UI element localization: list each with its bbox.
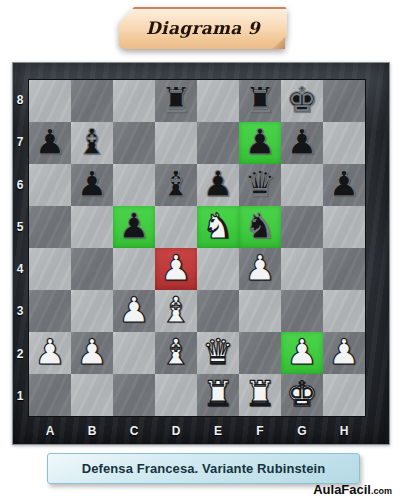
square-g7: ♟ [281, 122, 323, 164]
square-f3 [239, 290, 281, 332]
square-h6: ♟ [323, 164, 365, 206]
square-b2: ♟ [71, 332, 113, 374]
square-h7 [323, 122, 365, 164]
square-f2 [239, 332, 281, 374]
square-b3 [71, 290, 113, 332]
square-e7 [197, 122, 239, 164]
piece-white-knight: ♞ [202, 209, 233, 244]
square-h3 [323, 290, 365, 332]
title-banner: Diagrama 9 [119, 7, 287, 49]
square-e8 [197, 80, 239, 122]
piece-black-pawn: ♟ [202, 167, 233, 202]
square-a4 [29, 248, 71, 290]
square-a8 [29, 80, 71, 122]
site-tld: .com [371, 486, 392, 496]
square-g3 [281, 290, 323, 332]
square-a1 [29, 374, 71, 416]
piece-white-pawn: ♟ [286, 335, 317, 370]
file-label-D: D [155, 418, 197, 444]
piece-black-pawn: ♟ [118, 209, 149, 244]
square-d8: ♜ [155, 80, 197, 122]
file-label-A: A [29, 418, 71, 444]
piece-black-pawn: ♟ [286, 125, 317, 160]
square-b6: ♟ [71, 164, 113, 206]
square-d7 [155, 122, 197, 164]
square-f5: ♞ [239, 206, 281, 248]
square-a3 [29, 290, 71, 332]
piece-white-bishop: ♝ [160, 293, 191, 328]
rank-label-4: 4 [12, 248, 28, 290]
rank-labels: 87654321 [12, 79, 28, 417]
square-e5: ♞ [197, 206, 239, 248]
piece-white-rook: ♜ [244, 377, 275, 412]
square-d2: ♝ [155, 332, 197, 374]
square-b7: ♝ [71, 122, 113, 164]
square-g6 [281, 164, 323, 206]
file-label-C: C [113, 418, 155, 444]
square-c6 [113, 164, 155, 206]
opening-caption: Defensa Francesa. Variante Rubinstein [82, 461, 326, 476]
site-name: AulaFacil [313, 482, 371, 497]
piece-black-pawn: ♟ [76, 167, 107, 202]
square-f8: ♜ [239, 80, 281, 122]
square-g4 [281, 248, 323, 290]
piece-black-rook: ♜ [160, 83, 191, 118]
square-b5 [71, 206, 113, 248]
file-labels: ABCDEFGH [29, 418, 365, 444]
square-f4: ♟ [239, 248, 281, 290]
square-a6 [29, 164, 71, 206]
file-label-H: H [323, 418, 365, 444]
square-a5 [29, 206, 71, 248]
piece-black-king: ♚ [286, 83, 317, 118]
square-g5 [281, 206, 323, 248]
square-f6: ♛ [239, 164, 281, 206]
square-h2: ♟ [323, 332, 365, 374]
chess-board: ♜♜♚♟♝♟♟♟♝♟♛♟♟♞♞♟♟♟♝♟♟♝♛♟♟♜♜♚ [28, 79, 366, 417]
square-c7 [113, 122, 155, 164]
square-h8 [323, 80, 365, 122]
piece-white-pawn: ♟ [328, 335, 359, 370]
piece-white-pawn: ♟ [244, 251, 275, 286]
caption-box: Defensa Francesa. Variante Rubinstein [47, 453, 360, 484]
square-g2: ♟ [281, 332, 323, 374]
rank-label-6: 6 [12, 164, 28, 206]
site-watermark: AulaFacil .com [313, 482, 392, 498]
square-d4: ♟ [155, 248, 197, 290]
square-b1 [71, 374, 113, 416]
rank-label-8: 8 [12, 79, 28, 121]
square-c8 [113, 80, 155, 122]
square-g1: ♚ [281, 374, 323, 416]
square-e4 [197, 248, 239, 290]
piece-black-knight: ♞ [244, 209, 275, 244]
piece-black-pawn: ♟ [328, 167, 359, 202]
piece-white-king: ♚ [286, 377, 317, 412]
square-h1 [323, 374, 365, 416]
rank-label-5: 5 [12, 206, 28, 248]
square-d5 [155, 206, 197, 248]
piece-black-bishop: ♝ [76, 125, 107, 160]
piece-white-pawn: ♟ [34, 335, 65, 370]
file-label-E: E [197, 418, 239, 444]
file-label-B: B [71, 418, 113, 444]
square-c3: ♟ [113, 290, 155, 332]
square-f1: ♜ [239, 374, 281, 416]
piece-white-pawn: ♟ [76, 335, 107, 370]
square-d1 [155, 374, 197, 416]
square-g8: ♚ [281, 80, 323, 122]
piece-black-pawn: ♟ [34, 125, 65, 160]
piece-white-queen: ♛ [202, 335, 233, 370]
piece-black-rook: ♜ [244, 83, 275, 118]
square-h4 [323, 248, 365, 290]
square-b8 [71, 80, 113, 122]
square-e3 [197, 290, 239, 332]
rank-label-2: 2 [12, 333, 28, 375]
square-a2: ♟ [29, 332, 71, 374]
piece-white-rook: ♜ [202, 377, 233, 412]
diagram-title: Diagrama 9 [119, 7, 287, 49]
piece-black-queen: ♛ [244, 167, 275, 202]
piece-black-bishop: ♝ [160, 167, 191, 202]
square-e6: ♟ [197, 164, 239, 206]
square-a7: ♟ [29, 122, 71, 164]
file-label-F: F [239, 418, 281, 444]
square-d6: ♝ [155, 164, 197, 206]
rank-label-3: 3 [12, 290, 28, 332]
square-c4 [113, 248, 155, 290]
piece-white-pawn: ♟ [160, 251, 191, 286]
square-e2: ♛ [197, 332, 239, 374]
file-label-G: G [281, 418, 323, 444]
piece-black-pawn: ♟ [244, 125, 275, 160]
piece-white-bishop: ♝ [160, 335, 191, 370]
rank-label-1: 1 [12, 375, 28, 417]
square-f7: ♟ [239, 122, 281, 164]
square-d3: ♝ [155, 290, 197, 332]
square-e1: ♜ [197, 374, 239, 416]
square-b4 [71, 248, 113, 290]
rank-label-7: 7 [12, 121, 28, 163]
square-c1 [113, 374, 155, 416]
square-c2 [113, 332, 155, 374]
square-h5 [323, 206, 365, 248]
square-c5: ♟ [113, 206, 155, 248]
piece-white-pawn: ♟ [118, 293, 149, 328]
